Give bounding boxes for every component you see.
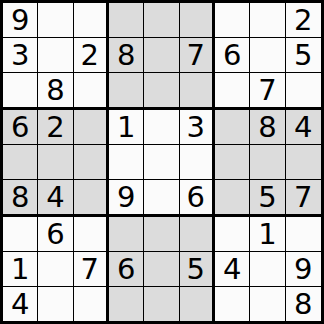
cell-r2c5[interactable] — [144, 38, 179, 73]
cell-r8c7[interactable]: 4 — [215, 252, 250, 287]
cell-r1c6[interactable] — [180, 3, 215, 38]
cell-r6c5[interactable] — [144, 180, 179, 217]
cell-r9c4[interactable] — [109, 287, 144, 322]
cell-r9c8[interactable] — [250, 287, 285, 322]
cell-r5c1[interactable] — [3, 145, 38, 180]
cell-r6c2[interactable]: 4 — [38, 180, 73, 217]
cell-r7c4[interactable] — [109, 217, 144, 252]
cell-r3c4[interactable] — [109, 73, 144, 110]
cell-r7c1[interactable] — [3, 217, 38, 252]
cell-r5c3[interactable] — [74, 145, 109, 180]
cell-r2c6[interactable]: 7 — [180, 38, 215, 73]
cell-r9c1[interactable]: 4 — [3, 287, 38, 322]
cell-r5c9[interactable] — [286, 145, 321, 180]
cell-r5c8[interactable] — [250, 145, 285, 180]
cell-r3c2[interactable]: 8 — [38, 73, 73, 110]
cell-r1c1[interactable]: 9 — [3, 3, 38, 38]
cell-r8c9[interactable]: 9 — [286, 252, 321, 287]
cell-r3c3[interactable] — [74, 73, 109, 110]
cell-r7c3[interactable] — [74, 217, 109, 252]
cell-r5c2[interactable] — [38, 145, 73, 180]
cell-r3c8[interactable]: 7 — [250, 73, 285, 110]
cell-r6c6[interactable]: 6 — [180, 180, 215, 217]
cell-r5c5[interactable] — [144, 145, 179, 180]
cell-r9c2[interactable] — [38, 287, 73, 322]
cell-r2c1[interactable]: 3 — [3, 38, 38, 73]
cell-r1c5[interactable] — [144, 3, 179, 38]
cell-r2c3[interactable]: 2 — [74, 38, 109, 73]
cell-r3c6[interactable] — [180, 73, 215, 110]
cell-r4c3[interactable] — [74, 110, 109, 145]
cell-r9c5[interactable] — [144, 287, 179, 322]
cell-r3c7[interactable] — [215, 73, 250, 110]
cell-r1c4[interactable] — [109, 3, 144, 38]
cell-r1c9[interactable]: 2 — [286, 3, 321, 38]
cell-r2c9[interactable]: 5 — [286, 38, 321, 73]
cell-r8c6[interactable]: 5 — [180, 252, 215, 287]
cell-r9c6[interactable] — [180, 287, 215, 322]
cell-r5c6[interactable] — [180, 145, 215, 180]
cell-r1c8[interactable] — [250, 3, 285, 38]
cell-r2c8[interactable] — [250, 38, 285, 73]
cell-r1c7[interactable] — [215, 3, 250, 38]
cell-r8c1[interactable]: 1 — [3, 252, 38, 287]
cell-r7c6[interactable] — [180, 217, 215, 252]
cell-r6c3[interactable] — [74, 180, 109, 217]
cell-r4c1[interactable]: 6 — [3, 110, 38, 145]
cell-r2c7[interactable]: 6 — [215, 38, 250, 73]
cell-r9c9[interactable]: 8 — [286, 287, 321, 322]
cell-r8c5[interactable] — [144, 252, 179, 287]
cell-r1c3[interactable] — [74, 3, 109, 38]
cell-r6c7[interactable] — [215, 180, 250, 217]
cell-r8c2[interactable] — [38, 252, 73, 287]
cell-r7c5[interactable] — [144, 217, 179, 252]
cell-r7c7[interactable] — [215, 217, 250, 252]
cell-r6c1[interactable]: 8 — [3, 180, 38, 217]
cell-r5c7[interactable] — [215, 145, 250, 180]
sudoku-board: 92328765876213848496576117654948 — [0, 0, 324, 324]
cell-r2c4[interactable]: 8 — [109, 38, 144, 73]
cell-r4c7[interactable] — [215, 110, 250, 145]
cell-r4c9[interactable]: 4 — [286, 110, 321, 145]
cell-r6c8[interactable]: 5 — [250, 180, 285, 217]
cell-r4c5[interactable] — [144, 110, 179, 145]
cell-r1c2[interactable] — [38, 3, 73, 38]
cell-r4c6[interactable]: 3 — [180, 110, 215, 145]
cell-r9c3[interactable] — [74, 287, 109, 322]
cell-r8c3[interactable]: 7 — [74, 252, 109, 287]
cell-r9c7[interactable] — [215, 287, 250, 322]
cell-r2c2[interactable] — [38, 38, 73, 73]
cell-r7c2[interactable]: 6 — [38, 217, 73, 252]
cell-r8c8[interactable] — [250, 252, 285, 287]
cell-r6c9[interactable]: 7 — [286, 180, 321, 217]
cell-r5c4[interactable] — [109, 145, 144, 180]
cell-r6c4[interactable]: 9 — [109, 180, 144, 217]
cell-r7c8[interactable]: 1 — [250, 217, 285, 252]
cell-r8c4[interactable]: 6 — [109, 252, 144, 287]
cell-r4c2[interactable]: 2 — [38, 110, 73, 145]
cell-r4c8[interactable]: 8 — [250, 110, 285, 145]
cell-r3c9[interactable] — [286, 73, 321, 110]
cell-r3c1[interactable] — [3, 73, 38, 110]
cell-r7c9[interactable] — [286, 217, 321, 252]
cell-r4c4[interactable]: 1 — [109, 110, 144, 145]
cell-r3c5[interactable] — [144, 73, 179, 110]
